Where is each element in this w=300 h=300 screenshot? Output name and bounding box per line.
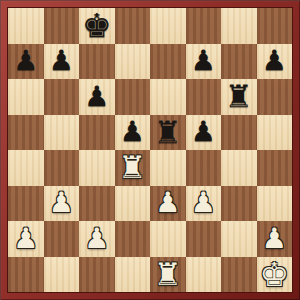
square-c7[interactable] [79,44,115,80]
square-c8[interactable]: ♚ [79,8,115,44]
square-b4[interactable] [44,150,80,186]
square-f1[interactable] [186,257,222,293]
white-pawn: ♟ [13,225,38,253]
black-pawn: ♟ [120,118,145,146]
square-b2[interactable] [44,221,80,257]
square-f4[interactable] [186,150,222,186]
white-pawn: ♟ [191,189,216,217]
square-h3[interactable] [257,186,293,222]
square-h2[interactable]: ♟ [257,221,293,257]
square-h4[interactable] [257,150,293,186]
black-pawn: ♟ [262,47,287,75]
square-g2[interactable] [221,221,257,257]
square-g7[interactable] [221,44,257,80]
square-d7[interactable] [115,44,151,80]
square-d5[interactable]: ♟ [115,115,151,151]
square-f7[interactable]: ♟ [186,44,222,80]
square-b8[interactable] [44,8,80,44]
black-pawn: ♟ [49,47,74,75]
square-h6[interactable] [257,79,293,115]
black-pawn: ♟ [13,47,38,75]
square-d6[interactable] [115,79,151,115]
square-f2[interactable] [186,221,222,257]
chess-board: ♚♟♟♟♟♟♜♟♜♟♜♟♟♟♟♟♟♜♚ [8,8,292,292]
white-pawn: ♟ [262,225,287,253]
square-a3[interactable] [8,186,44,222]
square-e6[interactable] [150,79,186,115]
square-b5[interactable] [44,115,80,151]
square-g4[interactable] [221,150,257,186]
square-g5[interactable] [221,115,257,151]
square-d3[interactable] [115,186,151,222]
black-pawn: ♟ [84,83,109,111]
square-f3[interactable]: ♟ [186,186,222,222]
square-a1[interactable] [8,257,44,293]
square-e8[interactable] [150,8,186,44]
square-g8[interactable] [221,8,257,44]
square-g6[interactable]: ♜ [221,79,257,115]
square-b6[interactable] [44,79,80,115]
square-e4[interactable] [150,150,186,186]
black-rook: ♜ [225,81,253,112]
square-d8[interactable] [115,8,151,44]
square-e2[interactable] [150,221,186,257]
white-pawn: ♟ [155,189,180,217]
square-a8[interactable] [8,8,44,44]
square-b7[interactable]: ♟ [44,44,80,80]
square-h8[interactable] [257,8,293,44]
black-pawn: ♟ [191,118,216,146]
square-e5[interactable]: ♜ [150,115,186,151]
black-king: ♚ [82,9,112,42]
square-a7[interactable]: ♟ [8,44,44,80]
square-c4[interactable] [79,150,115,186]
square-a5[interactable] [8,115,44,151]
black-pawn: ♟ [191,47,216,75]
white-rook: ♜ [154,259,182,290]
square-d1[interactable] [115,257,151,293]
square-f8[interactable] [186,8,222,44]
square-h7[interactable]: ♟ [257,44,293,80]
square-c3[interactable] [79,186,115,222]
square-d2[interactable] [115,221,151,257]
white-pawn: ♟ [84,225,109,253]
square-b3[interactable]: ♟ [44,186,80,222]
square-f6[interactable] [186,79,222,115]
square-c5[interactable] [79,115,115,151]
square-c1[interactable] [79,257,115,293]
square-a2[interactable]: ♟ [8,221,44,257]
square-f5[interactable]: ♟ [186,115,222,151]
square-h5[interactable] [257,115,293,151]
square-e7[interactable] [150,44,186,80]
square-g1[interactable] [221,257,257,293]
square-g3[interactable] [221,186,257,222]
white-rook: ♜ [118,152,146,183]
white-pawn: ♟ [49,189,74,217]
square-h1[interactable]: ♚ [257,257,293,293]
square-a6[interactable] [8,79,44,115]
square-e1[interactable]: ♜ [150,257,186,293]
square-d4[interactable]: ♜ [115,150,151,186]
square-c6[interactable]: ♟ [79,79,115,115]
square-b1[interactable] [44,257,80,293]
board-frame: ♚♟♟♟♟♟♜♟♜♟♜♟♟♟♟♟♟♜♚ [0,0,300,300]
square-c2[interactable]: ♟ [79,221,115,257]
black-rook: ♜ [154,117,182,148]
white-king: ♚ [259,258,289,291]
square-e3[interactable]: ♟ [150,186,186,222]
square-a4[interactable] [8,150,44,186]
